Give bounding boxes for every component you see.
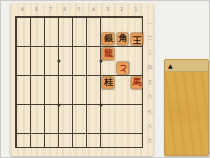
rank-label-8: 八 (146, 119, 154, 134)
rank-label-7: 七 (146, 104, 154, 119)
hoshi-point (57, 104, 60, 107)
piece-kanji: 銀 (104, 35, 113, 44)
file-label-6: 6 (58, 4, 72, 14)
rank-labels: 一二三四五六七八九 (146, 16, 154, 148)
file-label-3: 3 (100, 4, 114, 14)
hoshi-point (57, 60, 60, 63)
piece-kanji: 王 (132, 34, 141, 43)
rank-label-5: 五 (146, 75, 154, 90)
piece-kanji: 馬 (132, 79, 141, 88)
file-label-7: 7 (43, 4, 57, 14)
hoshi-point (100, 104, 103, 107)
rank-label-9: 九 (146, 133, 154, 148)
shogi-piece-sente-silver-3二[interactable]: 銀 (102, 32, 115, 45)
piece-kanji: 角 (118, 35, 127, 44)
shogi-piece-sente-bishop-2二[interactable]: 角 (116, 32, 129, 45)
file-label-2: 2 (115, 4, 129, 14)
shogi-piece-sente-promoted-bishop-1五[interactable]: 馬 (131, 76, 144, 89)
board-grid[interactable]: 銀角王龍と桂馬 (15, 16, 143, 148)
piece-kanji: 桂 (104, 79, 113, 88)
rank-label-3: 三 (146, 45, 154, 60)
shogi-piece-gote-king-1二[interactable]: 王 (131, 32, 144, 45)
sente-pieces-in-hand[interactable] (165, 72, 208, 155)
piece-stand-header: ▲ (165, 60, 208, 72)
hoshi-point (100, 60, 103, 63)
shogi-piece-gote-tokin-2四[interactable]: と (116, 62, 129, 75)
rank-label-4: 四 (146, 60, 154, 75)
file-label-1: 1 (129, 4, 143, 14)
rank-label-2: 二 (146, 31, 154, 46)
rank-label-6: 六 (146, 89, 154, 104)
piece-kanji: 龍 (104, 49, 113, 58)
shogi-piece-sente-knight-3五[interactable]: 桂 (102, 76, 115, 89)
sente-piece-stand: ▲ (164, 59, 209, 156)
piece-kanji: と (118, 64, 127, 73)
sente-to-move-icon: ▲ (168, 62, 173, 69)
shogi-piece-sente-promoted-rook-3三[interactable]: 龍 (102, 47, 115, 60)
file-label-8: 8 (29, 4, 43, 14)
shogi-board: 987654321 一二三四五六七八九 銀角王龍と桂馬 (10, 3, 154, 156)
file-labels: 987654321 (15, 4, 143, 14)
rank-label-1: 一 (146, 16, 154, 31)
file-label-5: 5 (72, 4, 86, 14)
tsume-shogi-diagram: 987654321 一二三四五六七八九 銀角王龍と桂馬 ▲ (0, 0, 210, 158)
file-label-9: 9 (15, 4, 29, 14)
file-label-4: 4 (86, 4, 100, 14)
